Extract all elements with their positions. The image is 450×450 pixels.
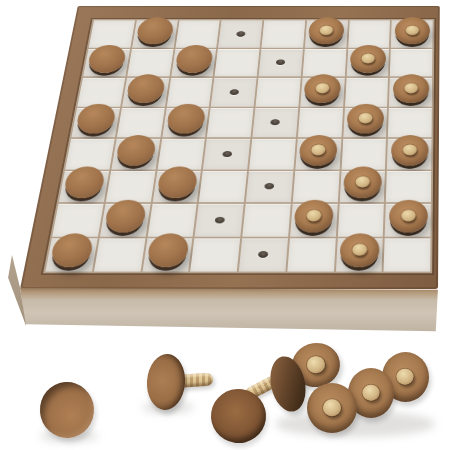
square-r5c7 (341, 139, 386, 169)
peg-hole (236, 31, 245, 36)
peg-knob (323, 399, 341, 416)
pegged-piece[interactable] (390, 135, 428, 166)
square-r3c2[interactable] (122, 78, 169, 107)
square-r4c1[interactable] (71, 108, 119, 137)
flat-piece[interactable] (75, 104, 117, 134)
peg-knob (397, 369, 414, 385)
square-r3c6[interactable] (300, 78, 344, 107)
square-r7c5 (242, 204, 290, 236)
peg-knob (320, 25, 334, 34)
peg-knob (315, 83, 329, 93)
square-r4c3[interactable] (162, 108, 209, 137)
flat-piece[interactable] (50, 234, 95, 268)
peg-hole (265, 183, 275, 189)
square-r3c8[interactable] (389, 78, 432, 107)
square-r7c2[interactable] (100, 204, 150, 236)
square-r8c7[interactable] (335, 238, 382, 272)
square-r2c3[interactable] (171, 49, 217, 77)
square-r8c5[interactable] (239, 238, 288, 272)
board-box-top (20, 6, 440, 289)
square-r6c5[interactable] (246, 171, 293, 202)
square-r5c1 (65, 139, 114, 169)
square-r5c8[interactable] (387, 139, 431, 169)
pegged-piece[interactable] (293, 200, 334, 233)
peg-knob (402, 144, 416, 155)
square-r8c6 (287, 238, 335, 272)
square-r3c5 (256, 78, 301, 107)
square-r2c2 (127, 49, 173, 77)
square-r4c4 (207, 108, 253, 137)
peg-knob (352, 244, 367, 256)
flat-piece[interactable] (146, 234, 190, 268)
square-r3c1 (77, 78, 125, 107)
square-r7c1 (52, 204, 103, 236)
peg-knob (363, 385, 380, 401)
board-frame (20, 6, 440, 289)
pegged-piece[interactable] (299, 135, 338, 166)
pegged-piece[interactable] (349, 45, 386, 73)
peg-knob (311, 144, 326, 155)
pegged-piece[interactable] (303, 74, 341, 103)
square-r4c6 (298, 108, 343, 137)
flat-piece[interactable] (174, 45, 213, 73)
peg-hole (271, 119, 281, 125)
peg-knob (306, 355, 326, 374)
checkers-board (43, 19, 434, 273)
square-r1c3 (175, 21, 220, 48)
square-r3c4[interactable] (211, 78, 257, 107)
peg-hole (258, 251, 268, 258)
square-r4c8 (388, 108, 432, 137)
loose-pegged-piece[interactable] (307, 383, 357, 433)
box-front-face (18, 287, 440, 334)
peg-knob (404, 83, 418, 93)
flat-piece[interactable] (136, 17, 175, 44)
peg-hole (214, 217, 224, 224)
square-r7c7 (337, 204, 384, 236)
peg-knob (401, 210, 416, 221)
flat-piece[interactable] (166, 104, 207, 134)
square-r1c2[interactable] (132, 21, 177, 48)
pegged-piece[interactable] (388, 200, 427, 233)
square-r6c3[interactable] (152, 171, 201, 202)
square-r6c6 (293, 171, 340, 202)
square-r4c5[interactable] (252, 108, 298, 137)
square-r1c1 (89, 21, 135, 48)
square-r6c8 (386, 171, 431, 202)
pegged-piece[interactable] (308, 17, 345, 44)
square-r7c8[interactable] (385, 204, 431, 236)
square-r6c2 (106, 171, 155, 202)
square-r8c3[interactable] (142, 238, 193, 272)
pegged-piece[interactable] (394, 17, 430, 44)
flat-piece[interactable] (87, 45, 128, 73)
square-r8c8 (384, 238, 431, 272)
square-r2c8 (390, 49, 432, 77)
square-r4c7[interactable] (343, 108, 387, 137)
square-r2c1[interactable] (83, 49, 130, 77)
square-r6c1[interactable] (59, 171, 109, 202)
peg-knob (358, 113, 372, 123)
peg-knob (361, 54, 375, 64)
square-r1c5 (261, 21, 305, 48)
square-r2c4 (215, 49, 260, 77)
square-r7c4[interactable] (195, 204, 244, 236)
square-r3c3 (166, 78, 212, 107)
square-r5c5 (249, 139, 296, 169)
peg-hole (222, 151, 232, 157)
square-r8c4 (190, 238, 240, 272)
square-r7c6[interactable] (290, 204, 337, 236)
square-r3c7 (345, 78, 389, 107)
square-r5c2[interactable] (111, 139, 160, 169)
square-r1c8[interactable] (391, 21, 433, 48)
peg-hole (229, 89, 239, 95)
peg-hole (276, 60, 285, 66)
square-r5c6[interactable] (295, 139, 341, 169)
square-r2c5[interactable] (259, 49, 303, 77)
board-perspective-wrap (20, 6, 450, 289)
square-r1c6[interactable] (305, 21, 348, 48)
square-r2c6 (302, 49, 346, 77)
pegged-piece[interactable] (346, 104, 384, 134)
peg-knob (355, 176, 370, 187)
square-r8c2 (94, 238, 145, 272)
square-r6c4 (199, 171, 247, 202)
flat-piece[interactable] (126, 74, 167, 103)
pegged-piece[interactable] (343, 167, 382, 199)
flat-piece[interactable] (115, 135, 157, 166)
checkers-product-photo (0, 0, 450, 450)
square-r5c3 (157, 139, 205, 169)
flat-piece[interactable] (104, 200, 148, 233)
square-r5c4[interactable] (203, 139, 250, 169)
peg-knob (405, 25, 418, 34)
flat-piece[interactable] (156, 167, 198, 199)
square-r8c1[interactable] (45, 238, 97, 272)
flat-piece[interactable] (63, 167, 107, 199)
square-r2c7[interactable] (346, 49, 389, 77)
pegged-piece[interactable] (392, 74, 429, 103)
square-r6c7[interactable] (339, 171, 385, 202)
square-r1c7 (348, 21, 390, 48)
square-r4c2 (117, 108, 165, 137)
pegged-piece[interactable] (339, 234, 380, 268)
square-r7c3 (147, 204, 197, 236)
peg-knob (306, 210, 321, 221)
square-r1c4[interactable] (218, 21, 262, 48)
